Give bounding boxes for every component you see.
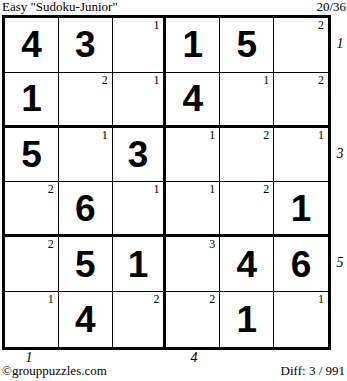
cell-r4c2[interactable]: 6 — [59, 182, 113, 237]
cell-r2c4[interactable]: 4 — [166, 73, 220, 128]
cell-r6c4[interactable]: 2 — [166, 292, 220, 347]
hint-number: 1 — [318, 128, 324, 143]
cell-value: 1 — [183, 26, 204, 63]
hint-number: 2 — [48, 182, 54, 197]
hint-number: 1 — [153, 18, 159, 33]
hint-number: 1 — [318, 292, 324, 307]
cell-value: 4 — [183, 80, 204, 117]
cell-r3c2[interactable]: 1 — [59, 128, 113, 183]
row-label-1: 1 — [334, 36, 346, 52]
copyright-text: ©grouppuzzles.com — [2, 363, 107, 379]
cell-r1c3[interactable]: 1 — [113, 18, 167, 73]
cell-r4c3[interactable]: 1 — [113, 182, 167, 237]
puzzle-page: Easy "Sudoku-Junior" 20/36 4 3 1 1 5 2 1… — [0, 0, 347, 381]
cell-r4c4[interactable]: 1 — [166, 182, 220, 237]
hint-number: 1 — [153, 73, 159, 88]
cell-r1c5[interactable]: 5 — [220, 18, 274, 73]
cell-r6c6[interactable]: 1 — [274, 292, 328, 347]
hint-number: 2 — [263, 128, 269, 143]
hint-number: 2 — [209, 292, 215, 307]
hint-number: 2 — [318, 18, 324, 33]
puzzle-counter: 20/36 — [316, 0, 346, 15]
cell-value: 4 — [75, 301, 96, 338]
hint-number: 2 — [48, 237, 54, 252]
cell-r2c6[interactable]: 2 — [274, 73, 328, 128]
cell-value: 4 — [21, 26, 42, 63]
hint-number: 1 — [48, 292, 54, 307]
cell-r2c3[interactable]: 1 — [113, 73, 167, 128]
cell-r3c3[interactable]: 3 — [113, 128, 167, 183]
cell-r2c1[interactable]: 1 — [5, 73, 59, 128]
row-label-5: 5 — [334, 255, 346, 271]
cell-value: 6 — [75, 190, 96, 227]
cell-value: 3 — [75, 26, 96, 63]
hint-number: 2 — [102, 73, 108, 88]
cell-r5c3[interactable]: 1 — [113, 237, 167, 292]
cell-value: 5 — [75, 246, 96, 283]
cell-r1c6[interactable]: 2 — [274, 18, 328, 73]
cell-r6c5[interactable]: 1 — [220, 292, 274, 347]
cell-value: 1 — [128, 246, 149, 283]
hint-number: 1 — [102, 128, 108, 143]
cell-r6c2[interactable]: 4 — [59, 292, 113, 347]
cell-value: 3 — [128, 136, 149, 173]
cell-r3c4[interactable]: 1 — [166, 128, 220, 183]
cell-r5c1[interactable]: 2 — [5, 237, 59, 292]
cell-r6c1[interactable]: 1 — [5, 292, 59, 347]
cell-r2c5[interactable]: 1 — [220, 73, 274, 128]
hint-number: 2 — [263, 182, 269, 197]
difficulty-text: Diff: 3 / 991 — [281, 363, 345, 379]
sudoku-board: 4 3 1 1 5 2 1 2 1 4 1 2 5 1 3 1 2 1 2 6 … — [2, 15, 331, 350]
hint-number: 1 — [263, 73, 269, 88]
hint-number: 2 — [318, 73, 324, 88]
hint-number: 2 — [153, 292, 159, 307]
cell-value: 5 — [236, 26, 257, 63]
cell-value: 1 — [236, 301, 257, 338]
cell-r5c2[interactable]: 5 — [59, 237, 113, 292]
cell-r5c4[interactable]: 3 — [166, 237, 220, 292]
cell-r5c6[interactable]: 6 — [274, 237, 328, 292]
cell-value: 5 — [21, 136, 42, 173]
cell-r3c5[interactable]: 2 — [220, 128, 274, 183]
page-title: Easy "Sudoku-Junior" — [2, 0, 118, 15]
cell-r2c2[interactable]: 2 — [59, 73, 113, 128]
cell-value: 4 — [236, 246, 257, 283]
cell-r1c4[interactable]: 1 — [166, 18, 220, 73]
cell-r4c6[interactable]: 1 — [274, 182, 328, 237]
cell-r3c6[interactable]: 1 — [274, 128, 328, 183]
cell-r1c2[interactable]: 3 — [59, 18, 113, 73]
cell-r1c1[interactable]: 4 — [5, 18, 59, 73]
col-label-4: 4 — [187, 350, 201, 366]
cell-r6c3[interactable]: 2 — [113, 292, 167, 347]
cell-r5c5[interactable]: 4 — [220, 237, 274, 292]
hint-number: 1 — [209, 128, 215, 143]
cell-r4c5[interactable]: 2 — [220, 182, 274, 237]
row-label-3: 3 — [334, 146, 346, 162]
hint-number: 1 — [209, 182, 215, 197]
hint-number: 1 — [153, 182, 159, 197]
cell-value: 6 — [291, 246, 312, 283]
cell-value: 1 — [21, 80, 42, 117]
cell-r3c1[interactable]: 5 — [5, 128, 59, 183]
cell-value: 1 — [291, 190, 312, 227]
cell-r4c1[interactable]: 2 — [5, 182, 59, 237]
hint-number: 3 — [209, 237, 215, 252]
